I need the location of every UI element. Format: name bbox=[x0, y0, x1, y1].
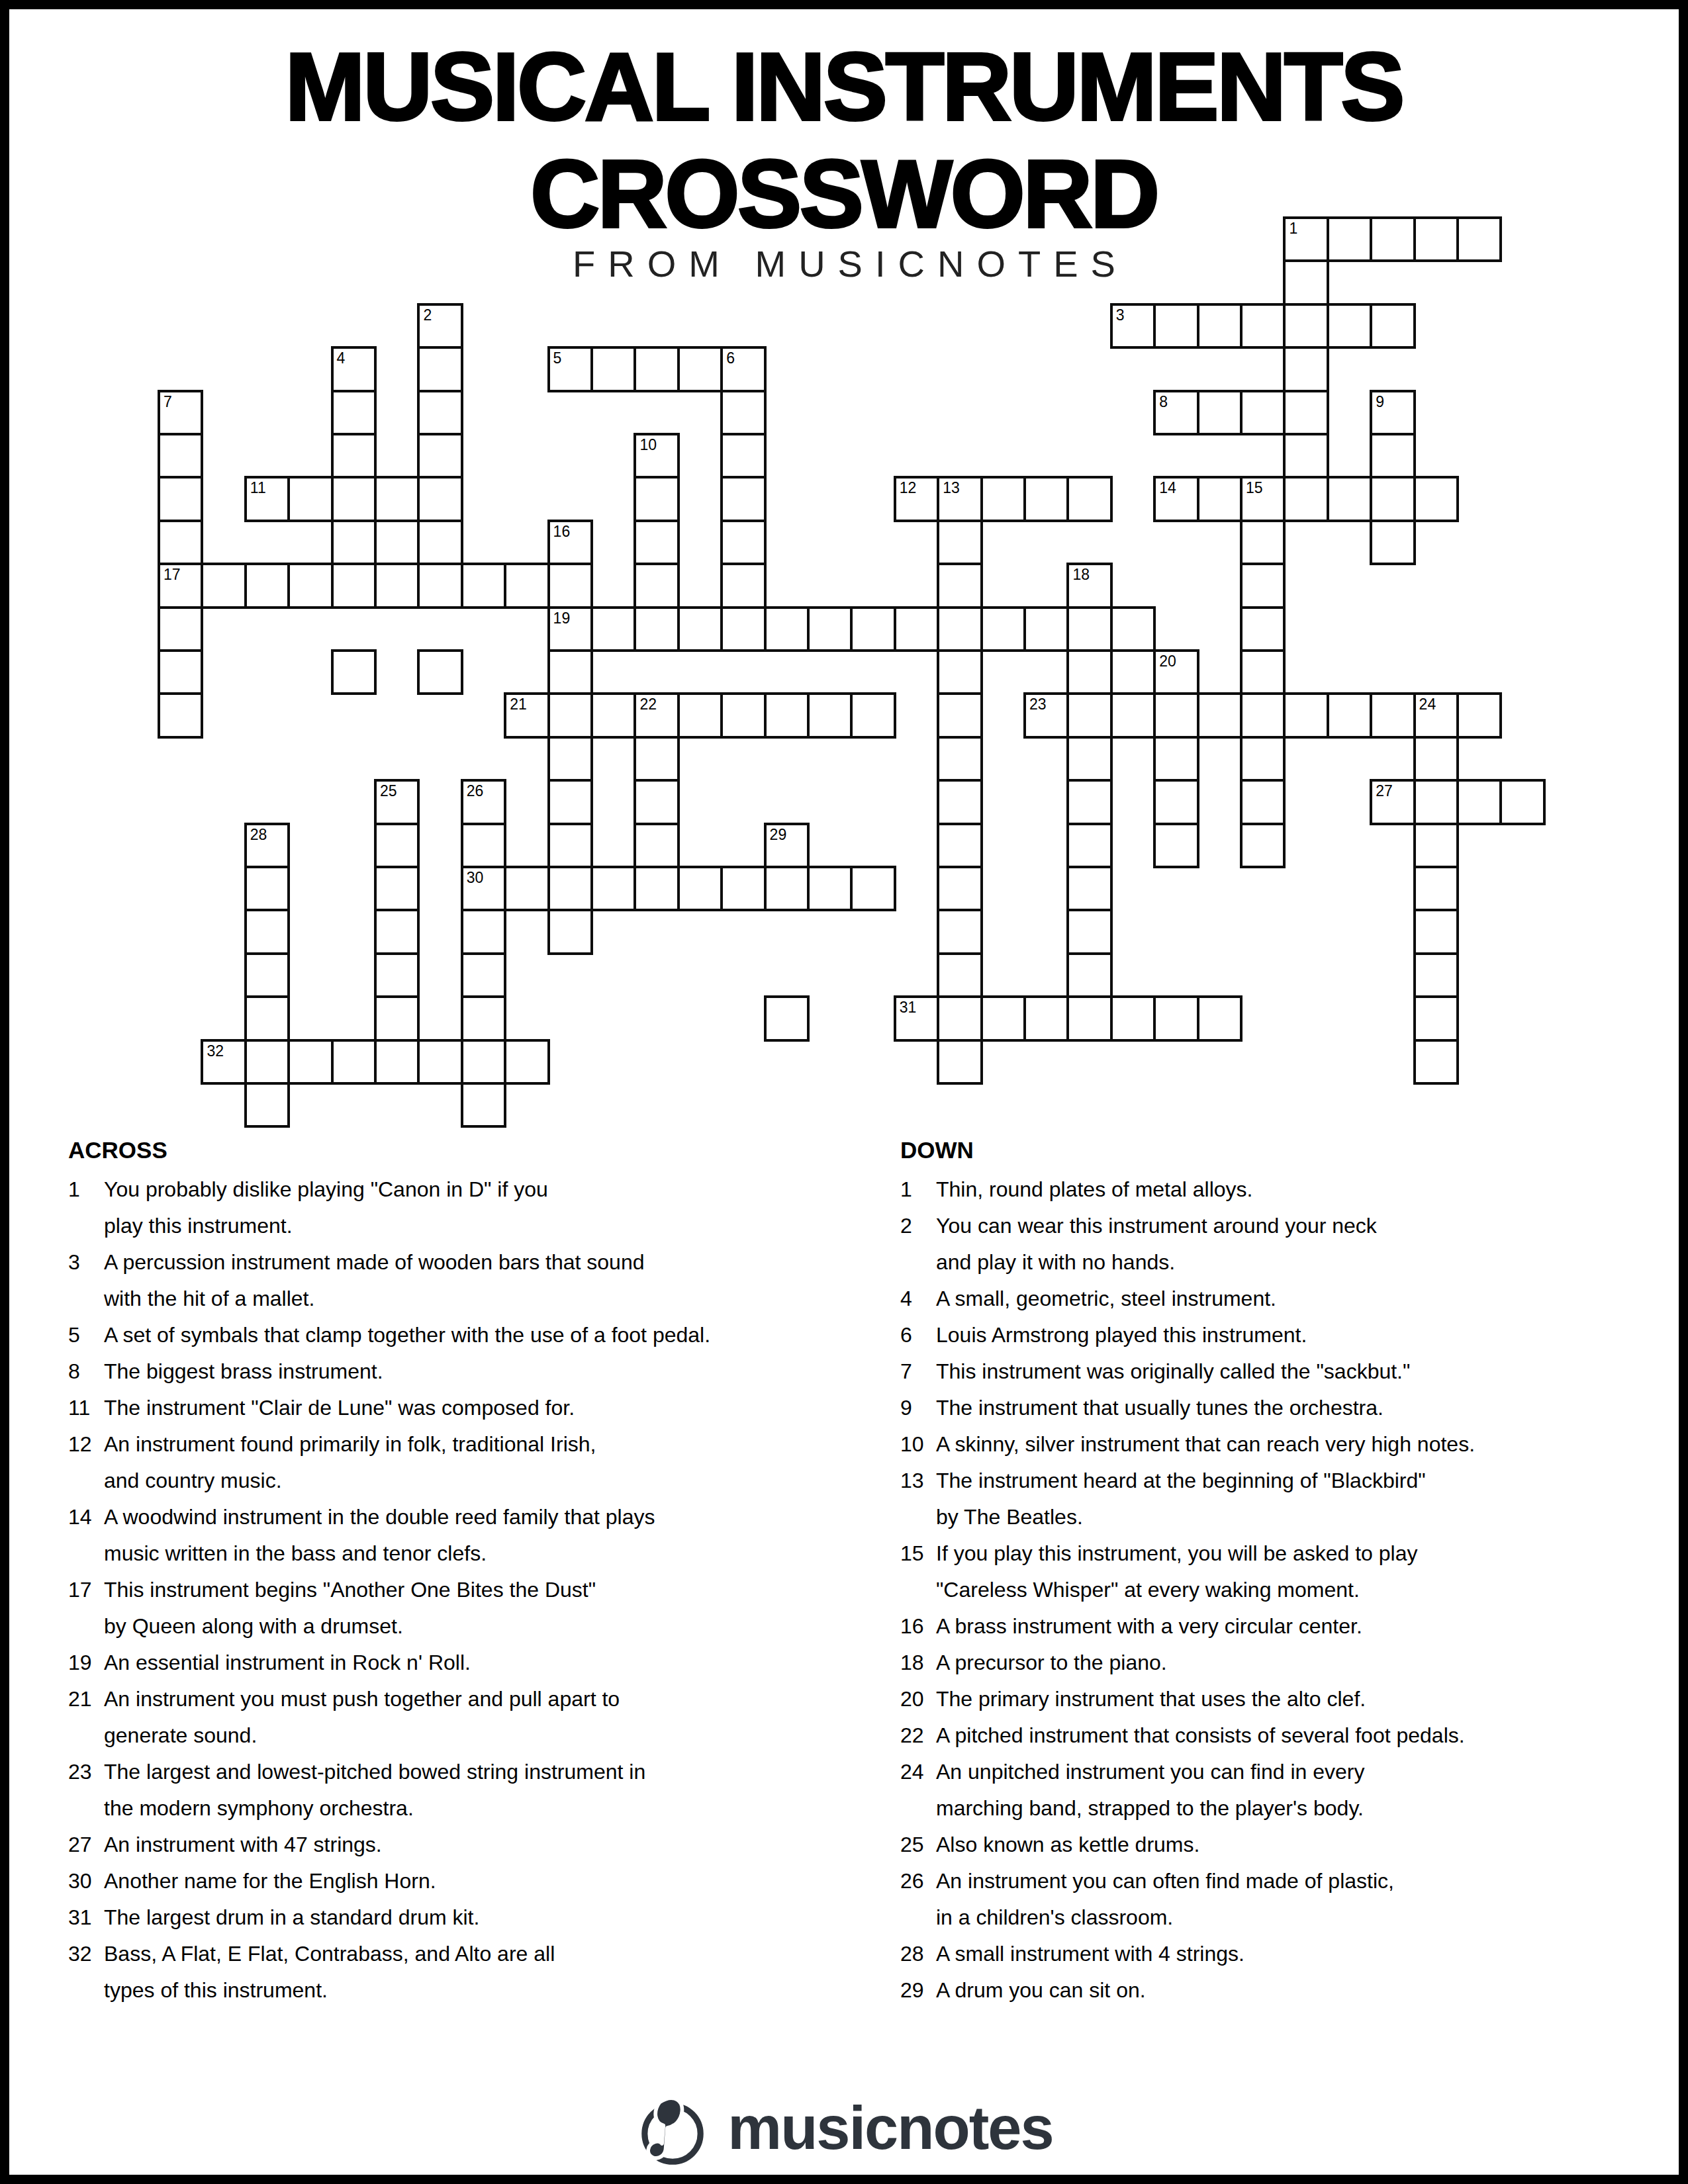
grid-cell[interactable] bbox=[937, 520, 982, 565]
grid-cell[interactable] bbox=[937, 866, 982, 911]
grid-cell[interactable] bbox=[720, 390, 766, 435]
grid-cell[interactable] bbox=[1413, 909, 1459, 954]
grid-cell[interactable] bbox=[1456, 216, 1502, 262]
grid-cell[interactable] bbox=[1066, 692, 1112, 738]
grid-cell[interactable] bbox=[937, 779, 982, 825]
clue-number: 1 bbox=[900, 1171, 936, 1208]
grid-cell[interactable] bbox=[807, 692, 853, 738]
grid-cell[interactable] bbox=[244, 952, 290, 998]
grid-cell[interactable] bbox=[1110, 606, 1156, 652]
grid-cell[interactable] bbox=[547, 866, 593, 911]
grid-cell[interactable] bbox=[1240, 563, 1286, 608]
clue-number: 26 bbox=[900, 1863, 936, 1899]
down-clue: 28A small instrument with 4 strings. bbox=[900, 1936, 1668, 1972]
grid-cell[interactable] bbox=[937, 692, 982, 738]
grid-cell[interactable] bbox=[1283, 303, 1329, 349]
clue-number: 30 bbox=[68, 1863, 104, 1899]
grid-cell[interactable] bbox=[244, 563, 290, 608]
grid-cell[interactable] bbox=[1066, 736, 1112, 782]
grid-cell[interactable] bbox=[461, 563, 506, 608]
grid-cell[interactable] bbox=[764, 995, 810, 1041]
clue-text: A woodwind instrument in the double reed… bbox=[104, 1499, 869, 1572]
grid-cell[interactable] bbox=[244, 866, 290, 911]
grid-cell[interactable] bbox=[547, 909, 593, 954]
down-clue: 9The instrument that usually tunes the o… bbox=[900, 1390, 1668, 1426]
grid-cell[interactable] bbox=[1413, 476, 1459, 522]
clue-number: 4 bbox=[900, 1281, 936, 1317]
clue-number-label: 8 bbox=[1159, 393, 1168, 410]
grid-cell[interactable] bbox=[547, 779, 593, 825]
clue-text: A skinny, silver instrument that can rea… bbox=[936, 1426, 1668, 1463]
grid-cell[interactable] bbox=[937, 823, 982, 868]
across-clue: 32Bass, A Flat, E Flat, Contrabass, and … bbox=[68, 1936, 869, 2009]
clue-number-label: 13 bbox=[943, 479, 960, 496]
clue-number-label: 31 bbox=[900, 999, 917, 1016]
grid-cell[interactable] bbox=[1066, 909, 1112, 954]
grid-cell[interactable] bbox=[677, 606, 723, 652]
grid-cell[interactable] bbox=[331, 649, 377, 695]
across-clue-list: 1You probably dislike playing "Canon in … bbox=[68, 1171, 869, 2009]
grid-cell[interactable] bbox=[1023, 476, 1069, 522]
grid-cell[interactable] bbox=[1240, 520, 1286, 565]
clue-number: 31 bbox=[68, 1899, 104, 1936]
grid-cell[interactable] bbox=[417, 433, 463, 478]
grid-cell[interactable] bbox=[980, 476, 1026, 522]
grid-cell[interactable] bbox=[417, 1039, 463, 1085]
clue-number: 24 bbox=[900, 1754, 936, 1790]
crossword-grid: 1234567891011121314151617181920212223242… bbox=[159, 218, 1545, 1127]
grid-cell[interactable] bbox=[1197, 390, 1243, 435]
down-clue: 15If you play this instrument, you will … bbox=[900, 1535, 1668, 1608]
grid-cell[interactable] bbox=[937, 606, 982, 652]
grid-cell[interactable] bbox=[937, 952, 982, 998]
clue-number: 2 bbox=[900, 1208, 936, 1244]
grid-cell[interactable] bbox=[1456, 779, 1502, 825]
grid-cell[interactable] bbox=[1327, 303, 1372, 349]
grid-cell[interactable] bbox=[937, 563, 982, 608]
grid-cell[interactable]: 13 bbox=[937, 476, 982, 522]
grid-cell[interactable] bbox=[807, 606, 853, 652]
grid-cell[interactable]: 2 bbox=[417, 303, 463, 349]
clue-number-label: 21 bbox=[510, 696, 527, 713]
clue-number: 22 bbox=[900, 1717, 936, 1754]
clue-text: Thin, round plates of metal alloys. bbox=[936, 1171, 1668, 1208]
grid-cell[interactable] bbox=[331, 433, 377, 478]
clue-number-label: 6 bbox=[726, 349, 735, 367]
down-clue: 25Also known as kettle drums. bbox=[900, 1827, 1668, 1863]
grid-cell[interactable] bbox=[807, 866, 853, 911]
grid-cell[interactable] bbox=[1283, 390, 1329, 435]
clue-number-label: 19 bbox=[553, 610, 571, 627]
grid-cell[interactable]: 28 bbox=[244, 823, 290, 868]
grid-cell[interactable] bbox=[1327, 476, 1372, 522]
grid-cell[interactable] bbox=[937, 649, 982, 695]
across-clue: 23The largest and lowest-pitched bowed s… bbox=[68, 1754, 869, 1827]
clue-text: Louis Armstrong played this instrument. bbox=[936, 1317, 1668, 1353]
grid-cell[interactable] bbox=[1023, 995, 1069, 1041]
grid-cell[interactable]: 1 bbox=[1283, 216, 1329, 262]
grid-cell[interactable] bbox=[590, 692, 636, 738]
grid-cell[interactable]: 5 bbox=[547, 346, 593, 392]
grid-cell[interactable] bbox=[1197, 476, 1243, 522]
clue-text: This instrument was originally called th… bbox=[936, 1353, 1668, 1390]
clue-number: 16 bbox=[900, 1608, 936, 1645]
grid-cell[interactable] bbox=[590, 346, 636, 392]
page-title: MUSICAL INSTRUMENTS CROSSWORD bbox=[0, 33, 1688, 248]
grid-cell[interactable] bbox=[461, 995, 506, 1041]
down-clue: 1Thin, round plates of metal alloys. bbox=[900, 1171, 1668, 1208]
grid-cell[interactable] bbox=[720, 866, 766, 911]
grid-cell[interactable] bbox=[1240, 303, 1286, 349]
clue-text: The instrument that usually tunes the or… bbox=[936, 1390, 1668, 1426]
grid-cell[interactable] bbox=[461, 823, 506, 868]
grid-cell[interactable]: 19 bbox=[547, 606, 593, 652]
grid-cell[interactable] bbox=[1370, 476, 1415, 522]
grid-cell[interactable] bbox=[633, 823, 679, 868]
clue-number-label: 5 bbox=[553, 349, 562, 367]
clue-text: An essential instrument in Rock n' Roll. bbox=[104, 1645, 869, 1681]
grid-cell[interactable] bbox=[1413, 823, 1459, 868]
grid-cell[interactable] bbox=[720, 692, 766, 738]
grid-cell[interactable] bbox=[1283, 346, 1329, 392]
grid-cell[interactable]: 32 bbox=[201, 1039, 246, 1085]
clue-number-label: 25 bbox=[380, 782, 397, 799]
grid-cell[interactable] bbox=[547, 649, 593, 695]
grid-cell[interactable] bbox=[461, 909, 506, 954]
grid-cell[interactable] bbox=[331, 390, 377, 435]
grid-cell[interactable] bbox=[547, 823, 593, 868]
clue-text: The biggest brass instrument. bbox=[104, 1353, 869, 1390]
grid-cell[interactable] bbox=[287, 1039, 333, 1085]
clue-number: 6 bbox=[900, 1317, 936, 1353]
grid-cell[interactable] bbox=[1197, 995, 1243, 1041]
grid-cell[interactable] bbox=[1240, 823, 1286, 868]
grid-cell[interactable] bbox=[1370, 520, 1415, 565]
clue-text: Bass, A Flat, E Flat, Contrabass, and Al… bbox=[104, 1936, 869, 2009]
grid-cell[interactable] bbox=[417, 346, 463, 392]
grid-cell[interactable] bbox=[1066, 995, 1112, 1041]
grid-cell[interactable] bbox=[461, 1082, 506, 1128]
grid-cell[interactable] bbox=[158, 692, 203, 738]
grid-cell[interactable] bbox=[720, 433, 766, 478]
down-clue: 20The primary instrument that uses the a… bbox=[900, 1681, 1668, 1717]
clue-number-label: 3 bbox=[1116, 306, 1125, 324]
grid-cell[interactable] bbox=[417, 476, 463, 522]
grid-cell[interactable] bbox=[374, 476, 420, 522]
grid-cell[interactable]: 31 bbox=[894, 995, 939, 1041]
grid-cell[interactable] bbox=[547, 736, 593, 782]
grid-cell[interactable]: 27 bbox=[1370, 779, 1415, 825]
clue-text: Another name for the English Horn. bbox=[104, 1863, 869, 1899]
grid-cell[interactable] bbox=[1370, 433, 1415, 478]
grid-cell[interactable] bbox=[1370, 216, 1415, 262]
down-clue: 29A drum you can sit on. bbox=[900, 1972, 1668, 2009]
grid-cell[interactable] bbox=[1066, 952, 1112, 998]
across-clue: 27An instrument with 47 strings. bbox=[68, 1827, 869, 1863]
across-clue: 8The biggest brass instrument. bbox=[68, 1353, 869, 1390]
grid-cell[interactable] bbox=[1240, 736, 1286, 782]
grid-cell[interactable]: 11 bbox=[244, 476, 290, 522]
grid-cell[interactable] bbox=[1153, 692, 1199, 738]
grid-cell[interactable] bbox=[633, 866, 679, 911]
clue-text: You probably dislike playing "Canon in D… bbox=[104, 1171, 869, 1244]
grid-cell[interactable] bbox=[1153, 823, 1199, 868]
grid-cell[interactable] bbox=[1283, 259, 1329, 305]
grid-cell[interactable] bbox=[1413, 736, 1459, 782]
clue-number: 19 bbox=[68, 1645, 104, 1681]
grid-cell[interactable] bbox=[1499, 779, 1545, 825]
grid-cell[interactable] bbox=[417, 563, 463, 608]
grid-cell[interactable] bbox=[1240, 649, 1286, 695]
across-clue: 11The instrument "Clair de Lune" was com… bbox=[68, 1390, 869, 1426]
page-title-line1: MUSICAL INSTRUMENTS bbox=[0, 33, 1688, 140]
grid-cell[interactable] bbox=[1066, 476, 1112, 522]
clue-number-label: 1 bbox=[1289, 220, 1297, 237]
grid-cell[interactable] bbox=[764, 866, 810, 911]
grid-cell[interactable] bbox=[244, 909, 290, 954]
grid-cell[interactable] bbox=[244, 995, 290, 1041]
grid-cell[interactable]: 18 bbox=[1066, 563, 1112, 608]
grid-cell[interactable] bbox=[590, 606, 636, 652]
grid-cell[interactable] bbox=[937, 995, 982, 1041]
grid-cell[interactable] bbox=[461, 1039, 506, 1085]
grid-cell[interactable] bbox=[1153, 779, 1199, 825]
grid-cell[interactable] bbox=[980, 995, 1026, 1041]
across-clue: 14A woodwind instrument in the double re… bbox=[68, 1499, 869, 1572]
grid-cell[interactable] bbox=[374, 909, 420, 954]
grid-cell[interactable]: 24 bbox=[1413, 692, 1459, 738]
grid-cell[interactable]: 4 bbox=[331, 346, 377, 392]
grid-cell[interactable] bbox=[417, 520, 463, 565]
grid-cell[interactable] bbox=[764, 692, 810, 738]
grid-cell[interactable] bbox=[1327, 692, 1372, 738]
grid-cell[interactable] bbox=[1283, 433, 1329, 478]
clue-number-label: 26 bbox=[467, 782, 484, 799]
grid-cell[interactable] bbox=[720, 520, 766, 565]
grid-cell[interactable] bbox=[850, 866, 896, 911]
clue-text: Also known as kettle drums. bbox=[936, 1827, 1668, 1863]
grid-cell[interactable] bbox=[1240, 779, 1286, 825]
grid-cell[interactable]: 12 bbox=[894, 476, 939, 522]
clue-number: 15 bbox=[900, 1535, 936, 1572]
grid-cell[interactable] bbox=[1153, 995, 1199, 1041]
grid-cell[interactable] bbox=[677, 866, 723, 911]
grid-cell[interactable] bbox=[331, 476, 377, 522]
clue-number-label: 17 bbox=[164, 566, 181, 583]
grid-cell[interactable] bbox=[720, 563, 766, 608]
clue-number-label: 10 bbox=[639, 436, 657, 453]
grid-cell[interactable] bbox=[1413, 216, 1459, 262]
grid-cell[interactable] bbox=[461, 952, 506, 998]
grid-cell[interactable] bbox=[850, 692, 896, 738]
grid-cell[interactable] bbox=[633, 736, 679, 782]
clue-text: A small instrument with 4 strings. bbox=[936, 1936, 1668, 1972]
across-clue: 5A set of symbals that clamp together wi… bbox=[68, 1317, 869, 1353]
grid-cell[interactable] bbox=[1456, 692, 1502, 738]
grid-cell[interactable] bbox=[633, 779, 679, 825]
grid-cell[interactable] bbox=[547, 563, 593, 608]
clue-number: 23 bbox=[68, 1754, 104, 1790]
grid-cell[interactable] bbox=[850, 606, 896, 652]
down-clue: 10A skinny, silver instrument that can r… bbox=[900, 1426, 1668, 1463]
grid-cell[interactable] bbox=[677, 346, 723, 392]
grid-cell[interactable] bbox=[158, 433, 203, 478]
across-clue: 3A percussion instrument made of wooden … bbox=[68, 1244, 869, 1317]
grid-cell[interactable] bbox=[374, 866, 420, 911]
grid-cell[interactable] bbox=[331, 520, 377, 565]
grid-cell[interactable] bbox=[1066, 823, 1112, 868]
clue-number: 18 bbox=[900, 1645, 936, 1681]
grid-cell[interactable]: 21 bbox=[504, 692, 549, 738]
grid-cell[interactable] bbox=[937, 1039, 982, 1085]
clue-number: 17 bbox=[68, 1572, 104, 1608]
grid-cell[interactable] bbox=[244, 1039, 290, 1085]
grid-cell[interactable] bbox=[244, 1082, 290, 1128]
clue-text: This instrument begins "Another One Bite… bbox=[104, 1572, 869, 1645]
grid-cell[interactable] bbox=[1240, 692, 1286, 738]
clue-number-label: 11 bbox=[250, 479, 266, 496]
grid-cell[interactable] bbox=[287, 563, 333, 608]
grid-cell[interactable]: 17 bbox=[158, 563, 203, 608]
clue-text: The instrument "Clair de Lune" was compo… bbox=[104, 1390, 869, 1426]
grid-cell[interactable] bbox=[504, 563, 549, 608]
grid-cell[interactable] bbox=[331, 563, 377, 608]
across-clue: 19An essential instrument in Rock n' Rol… bbox=[68, 1645, 869, 1681]
grid-cell[interactable] bbox=[1370, 303, 1415, 349]
clue-number: 29 bbox=[900, 1972, 936, 2009]
grid-cell[interactable]: 7 bbox=[158, 390, 203, 435]
grid-cell[interactable] bbox=[1370, 692, 1415, 738]
musicnotes-logo: musicnotes bbox=[0, 2090, 1688, 2165]
grid-cell[interactable] bbox=[417, 649, 463, 695]
grid-cell[interactable] bbox=[633, 563, 679, 608]
grid-cell[interactable] bbox=[937, 909, 982, 954]
grid-cell[interactable]: 9 bbox=[1370, 390, 1415, 435]
grid-cell[interactable] bbox=[1110, 692, 1156, 738]
grid-cell[interactable] bbox=[158, 606, 203, 652]
grid-cell[interactable] bbox=[1283, 692, 1329, 738]
grid-cell[interactable] bbox=[937, 736, 982, 782]
grid-cell[interactable] bbox=[1240, 390, 1286, 435]
clue-number: 10 bbox=[900, 1426, 936, 1463]
grid-cell[interactable] bbox=[374, 823, 420, 868]
grid-cell[interactable]: 16 bbox=[547, 520, 593, 565]
grid-cell[interactable] bbox=[374, 952, 420, 998]
clue-number-label: 18 bbox=[1072, 566, 1090, 583]
down-clue-list: 1Thin, round plates of metal alloys.2You… bbox=[900, 1171, 1668, 2009]
grid-cell[interactable] bbox=[1066, 649, 1112, 695]
grid-cell[interactable] bbox=[1413, 995, 1459, 1041]
grid-cell[interactable]: 29 bbox=[764, 823, 810, 868]
grid-cell[interactable] bbox=[374, 563, 420, 608]
grid-cell[interactable] bbox=[894, 606, 939, 652]
grid-cell[interactable] bbox=[1413, 779, 1459, 825]
grid-cell[interactable] bbox=[720, 476, 766, 522]
grid-cell[interactable] bbox=[633, 476, 679, 522]
clue-text: An instrument you must push together and… bbox=[104, 1681, 869, 1754]
grid-cell[interactable] bbox=[1023, 606, 1069, 652]
clue-text: You can wear this instrument around your… bbox=[936, 1208, 1668, 1281]
grid-cell[interactable] bbox=[1327, 216, 1372, 262]
grid-cell[interactable] bbox=[504, 866, 549, 911]
across-clues-section: ACROSS 1You probably dislike playing "Ca… bbox=[68, 1134, 869, 2009]
grid-cell[interactable] bbox=[1197, 303, 1243, 349]
grid-cell[interactable]: 14 bbox=[1153, 476, 1199, 522]
grid-cell[interactable] bbox=[1283, 476, 1329, 522]
grid-cell[interactable] bbox=[374, 1039, 420, 1085]
grid-cell[interactable] bbox=[633, 606, 679, 652]
clue-text: A drum you can sit on. bbox=[936, 1972, 1668, 2009]
grid-cell[interactable] bbox=[1153, 736, 1199, 782]
clue-number-label: 23 bbox=[1029, 696, 1047, 713]
across-clue: 30Another name for the English Horn. bbox=[68, 1863, 869, 1899]
grid-cell[interactable] bbox=[590, 866, 636, 911]
grid-cell[interactable] bbox=[1413, 1039, 1459, 1085]
down-clue: 13The instrument heard at the beginning … bbox=[900, 1463, 1668, 1535]
clue-text: A precursor to the piano. bbox=[936, 1645, 1668, 1681]
grid-cell[interactable] bbox=[374, 995, 420, 1041]
grid-cell[interactable] bbox=[547, 692, 593, 738]
grid-cell[interactable] bbox=[331, 1039, 377, 1085]
clue-text: A pitched instrument that consists of se… bbox=[936, 1717, 1668, 1754]
clue-text: An instrument you can often find made of… bbox=[936, 1863, 1668, 1936]
grid-cell[interactable]: 8 bbox=[1153, 390, 1199, 435]
grid-cell[interactable]: 6 bbox=[720, 346, 766, 392]
grid-cell[interactable] bbox=[201, 563, 246, 608]
grid-cell[interactable]: 26 bbox=[461, 779, 506, 825]
grid-cell[interactable]: 25 bbox=[374, 779, 420, 825]
grid-cell[interactable] bbox=[1197, 692, 1243, 738]
grid-cell[interactable] bbox=[980, 606, 1026, 652]
grid-cell[interactable]: 10 bbox=[633, 433, 679, 478]
grid-cell[interactable] bbox=[504, 1039, 549, 1085]
clue-number: 11 bbox=[68, 1390, 104, 1426]
down-clue: 18A precursor to the piano. bbox=[900, 1645, 1668, 1681]
grid-cell[interactable] bbox=[287, 476, 333, 522]
across-header: ACROSS bbox=[68, 1134, 869, 1166]
grid-cell[interactable]: 23 bbox=[1023, 692, 1069, 738]
grid-cell[interactable] bbox=[1066, 779, 1112, 825]
grid-cell[interactable] bbox=[633, 346, 679, 392]
grid-cell[interactable] bbox=[720, 606, 766, 652]
grid-cell[interactable] bbox=[1153, 303, 1199, 349]
grid-cell[interactable]: 3 bbox=[1110, 303, 1156, 349]
grid-cell[interactable] bbox=[1110, 995, 1156, 1041]
grid-cell[interactable]: 15 bbox=[1240, 476, 1286, 522]
clue-number-label: 9 bbox=[1376, 393, 1384, 410]
grid-cell[interactable] bbox=[633, 520, 679, 565]
grid-cell[interactable] bbox=[1240, 606, 1286, 652]
grid-cell[interactable] bbox=[158, 476, 203, 522]
grid-cell[interactable]: 22 bbox=[633, 692, 679, 738]
musicnotes-wordmark: musicnotes bbox=[727, 2090, 1053, 2165]
grid-cell[interactable] bbox=[158, 520, 203, 565]
grid-cell[interactable] bbox=[417, 390, 463, 435]
grid-cell[interactable] bbox=[677, 692, 723, 738]
clue-text: An unpitched instrument you can find in … bbox=[936, 1754, 1668, 1827]
grid-cell[interactable] bbox=[158, 649, 203, 695]
across-clue: 17This instrument begins "Another One Bi… bbox=[68, 1572, 869, 1645]
grid-cell[interactable] bbox=[1413, 952, 1459, 998]
grid-cell[interactable] bbox=[1413, 866, 1459, 911]
grid-cell[interactable]: 30 bbox=[461, 866, 506, 911]
grid-cell[interactable] bbox=[1066, 606, 1112, 652]
grid-cell[interactable]: 20 bbox=[1153, 649, 1199, 695]
grid-cell[interactable] bbox=[764, 606, 810, 652]
grid-cell[interactable] bbox=[1066, 866, 1112, 911]
across-clue: 31The largest drum in a standard drum ki… bbox=[68, 1899, 869, 1936]
clue-number-label: 32 bbox=[207, 1042, 224, 1060]
